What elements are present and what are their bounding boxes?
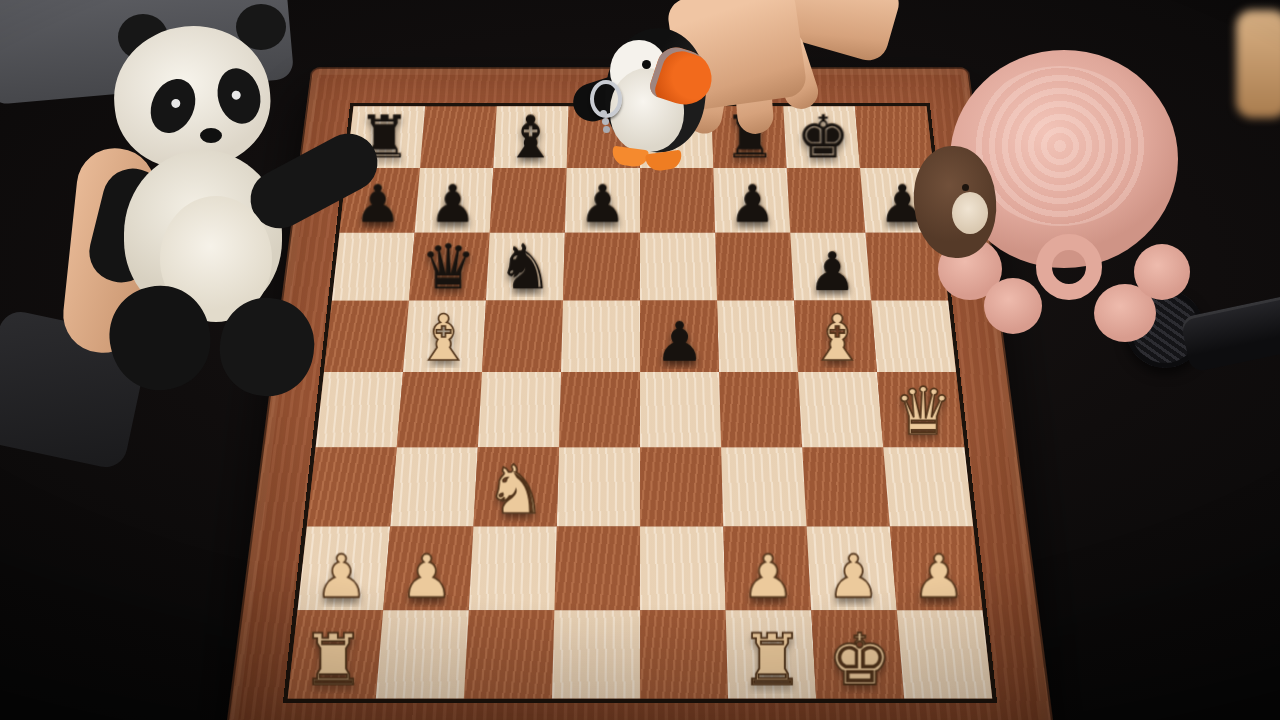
piece-black-pawn-e5[interactable]: ♟ <box>655 315 704 370</box>
square-a2[interactable]: ♟ <box>298 526 391 610</box>
piece-black-pawn-b7[interactable]: ♟ <box>429 179 476 231</box>
square-c4[interactable] <box>478 372 561 447</box>
square-g2[interactable]: ♟ <box>807 526 897 610</box>
square-d5[interactable] <box>561 301 640 372</box>
panda-nose <box>200 128 222 143</box>
square-e4[interactable] <box>640 372 721 447</box>
keychain-chain-icon <box>600 110 607 117</box>
square-d1[interactable] <box>552 610 640 698</box>
square-e1[interactable] <box>640 610 728 698</box>
square-e2[interactable] <box>640 526 726 610</box>
square-f3[interactable] <box>721 447 806 526</box>
square-h4[interactable]: ♛ <box>877 372 964 447</box>
piece-white-pawn-b2[interactable]: ♟ <box>400 547 453 606</box>
octopus-arm <box>1134 244 1190 300</box>
piece-white-bishop-g5[interactable]: ♝ <box>808 306 865 370</box>
square-h3[interactable] <box>883 447 973 526</box>
square-a3[interactable] <box>307 447 397 526</box>
square-e3[interactable] <box>640 447 723 526</box>
square-b3[interactable] <box>390 447 478 526</box>
piece-white-bishop-b5[interactable]: ♝ <box>415 306 472 370</box>
square-f5[interactable] <box>717 301 798 372</box>
square-c2[interactable] <box>469 526 557 610</box>
panda-eye <box>231 90 242 101</box>
piece-white-rook-a1[interactable]: ♜ <box>301 624 365 695</box>
piece-white-pawn-f2[interactable]: ♟ <box>741 547 794 606</box>
square-b8[interactable] <box>420 106 497 168</box>
square-e5[interactable]: ♟ <box>640 301 719 372</box>
square-h1[interactable] <box>897 610 992 698</box>
microphone-body <box>1180 287 1280 373</box>
panda-eye <box>170 97 182 109</box>
square-g4[interactable] <box>798 372 883 447</box>
square-e6[interactable] <box>640 233 717 301</box>
square-g7[interactable] <box>787 168 866 233</box>
square-b2[interactable]: ♟ <box>383 526 473 610</box>
square-b4[interactable] <box>397 372 482 447</box>
piece-black-bishop-c8[interactable]: ♝ <box>504 107 557 166</box>
square-c3[interactable]: ♞ <box>473 447 558 526</box>
square-f2[interactable]: ♟ <box>723 526 811 610</box>
square-c8[interactable]: ♝ <box>493 106 568 168</box>
piece-black-pawn-g6[interactable]: ♟ <box>808 245 856 298</box>
piece-black-pawn-d7[interactable]: ♟ <box>579 179 626 231</box>
square-f1[interactable]: ♜ <box>726 610 817 698</box>
brown-plush-eye <box>962 184 969 191</box>
piece-black-queen-b6[interactable]: ♛ <box>420 236 476 298</box>
square-f6[interactable] <box>715 233 794 301</box>
square-g6[interactable]: ♟ <box>790 233 871 301</box>
scene: ♜♝♜♚♟♟♟♟♟♛♞♟♝♟♝♛♞♟♟♟♟♟♜♜♚ <box>0 0 1280 720</box>
piece-white-pawn-a2[interactable]: ♟ <box>315 547 368 606</box>
piece-white-knight-c3[interactable]: ♞ <box>485 456 545 523</box>
piece-white-pawn-h2[interactable]: ♟ <box>912 547 965 606</box>
square-e7[interactable] <box>640 168 715 233</box>
panda-plush <box>88 0 360 420</box>
square-c7[interactable] <box>490 168 567 233</box>
square-g1[interactable]: ♚ <box>811 610 904 698</box>
square-b5[interactable]: ♝ <box>403 301 486 372</box>
square-a1[interactable]: ♜ <box>288 610 383 698</box>
square-g5[interactable]: ♝ <box>794 301 877 372</box>
piece-white-pawn-g2[interactable]: ♟ <box>827 547 880 606</box>
square-b1[interactable] <box>376 610 469 698</box>
square-f4[interactable] <box>719 372 802 447</box>
square-d2[interactable] <box>554 526 640 610</box>
small-brown-plush <box>912 134 1002 266</box>
octopus-arm <box>984 278 1042 334</box>
square-d3[interactable] <box>557 447 640 526</box>
piece-white-queen-h4[interactable]: ♛ <box>894 379 953 444</box>
square-c5[interactable] <box>482 301 563 372</box>
puffin-eye <box>642 60 651 69</box>
square-g3[interactable] <box>802 447 890 526</box>
piece-black-pawn-f7[interactable]: ♟ <box>729 179 776 231</box>
square-h2[interactable]: ♟ <box>890 526 983 610</box>
square-c1[interactable] <box>464 610 555 698</box>
piece-white-rook-f1[interactable]: ♜ <box>740 624 804 695</box>
puffin-plush-keychain <box>584 24 726 166</box>
square-d6[interactable] <box>563 233 640 301</box>
square-f7[interactable]: ♟ <box>713 168 790 233</box>
square-b7[interactable]: ♟ <box>415 168 494 233</box>
square-d7[interactable]: ♟ <box>565 168 640 233</box>
octopus-curled-arm <box>1036 234 1102 300</box>
square-c6[interactable]: ♞ <box>486 233 565 301</box>
board-grid: ♜♝♜♚♟♟♟♟♟♛♞♟♝♟♝♛♞♟♟♟♟♟♜♜♚ <box>283 103 997 703</box>
puffin-foot <box>611 146 649 169</box>
square-b6[interactable]: ♛ <box>409 233 490 301</box>
piece-black-knight-c6[interactable]: ♞ <box>497 236 553 298</box>
brown-plush-face <box>952 192 988 234</box>
piece-white-king-g1[interactable]: ♚ <box>828 624 892 695</box>
blurred-object <box>1236 10 1280 118</box>
square-d4[interactable] <box>559 372 640 447</box>
